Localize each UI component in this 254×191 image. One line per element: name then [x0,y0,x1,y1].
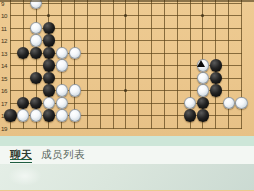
black-stone-4-12[interactable] [43,34,55,46]
grid-line-row-19 [10,128,242,129]
row-label-12: 12 [1,37,10,44]
black-stone-16-18[interactable] [197,109,209,121]
white-stone-3-18[interactable] [30,109,42,121]
white-stone-5-18[interactable] [56,109,68,121]
black-stone-3-13[interactable] [30,47,42,59]
board-bottom-strip [0,136,254,146]
bottom-tab-bar: 聊天 成员列表 [0,146,254,164]
row-label-19: 19 [1,125,10,132]
row-label-11: 11 [1,25,10,32]
white-stone-6-13[interactable] [69,47,81,59]
row-label-16: 16 [1,87,10,94]
black-stone-4-11[interactable] [43,22,55,34]
tab-chat[interactable]: 聊天 [10,146,32,164]
go-room-screen: 910111213141516171819 聊天 成员列表 [0,0,254,190]
black-stone-3-15[interactable] [30,72,42,84]
black-stone-4-15[interactable] [43,72,55,84]
white-stone-5-13[interactable] [56,47,68,59]
white-stone-15-17[interactable] [184,97,196,109]
row-label-15: 15 [1,75,10,82]
go-board[interactable]: 910111213141516171819 [0,0,254,136]
black-stone-17-16[interactable] [210,84,222,96]
black-stone-16-17[interactable] [197,97,209,109]
black-stone-2-17[interactable] [17,97,29,109]
row-label-13: 13 [1,50,10,57]
black-stone-1-18[interactable] [4,109,16,121]
black-stone-15-18[interactable] [184,109,196,121]
black-stone-4-18[interactable] [43,109,55,121]
white-stone-5-17[interactable] [56,97,68,109]
white-stone-6-18[interactable] [69,109,81,121]
row-label-14: 14 [1,62,10,69]
white-stone-3-12[interactable] [30,34,42,46]
row-label-17: 17 [1,100,10,107]
chat-panel-empty[interactable] [0,164,254,191]
black-stone-4-13[interactable] [43,47,55,59]
star-point-16-10 [201,14,204,17]
white-stone-19-17[interactable] [235,97,247,109]
black-stone-17-15[interactable] [210,72,222,84]
panel-sheen [8,166,42,186]
white-stone-4-17[interactable] [43,97,55,109]
black-stone-17-14[interactable] [210,59,222,71]
row-label-10: 10 [1,12,10,19]
black-stone-4-14[interactable] [43,59,55,71]
white-stone-18-17[interactable] [223,97,235,109]
last-move-triangle-marker [197,60,205,67]
black-stone-3-17[interactable] [30,97,42,109]
white-stone-3-11[interactable] [30,22,42,34]
tab-members-label: 成员列表 [41,148,85,162]
active-tab-underline [10,159,32,163]
white-stone-6-16[interactable] [69,84,81,96]
black-stone-4-16[interactable] [43,84,55,96]
white-stone-5-14[interactable] [56,59,68,71]
grid-line-row-9 [10,3,242,4]
white-stone-16-16[interactable] [197,84,209,96]
top-edge-line [0,0,254,2]
white-stone-5-16[interactable] [56,84,68,96]
tab-members[interactable]: 成员列表 [41,146,85,164]
white-stone-16-15[interactable] [197,72,209,84]
black-stone-2-13[interactable] [17,47,29,59]
white-stone-2-18[interactable] [17,109,29,121]
